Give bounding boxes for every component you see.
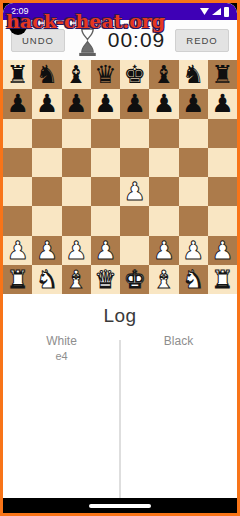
square-g7[interactable]: ♟: [179, 89, 208, 118]
black-pawn: ♟: [182, 91, 204, 116]
square-e1[interactable]: ♚: [120, 265, 149, 294]
app-screen: 2:09 UNDO 00:09 REDO ♜♞♝♛♚♝♞♜♟♟♟♟♟♟♟♟♟♟♟…: [3, 3, 237, 513]
square-d1[interactable]: ♛: [91, 265, 120, 294]
square-d6[interactable]: [91, 119, 120, 148]
white-bishop: ♝: [65, 267, 87, 292]
signal-icon: [212, 8, 221, 15]
square-c3[interactable]: [62, 206, 91, 235]
square-c8[interactable]: ♝: [62, 60, 91, 89]
square-b1[interactable]: ♞: [32, 265, 61, 294]
square-g3[interactable]: [179, 206, 208, 235]
status-time: 2:09: [11, 7, 29, 16]
game-toolbar: UNDO 00:09 REDO: [3, 20, 237, 60]
black-pawn: ♟: [36, 91, 58, 116]
black-pawn: ♟: [123, 91, 145, 116]
square-a5[interactable]: [3, 148, 32, 177]
square-a4[interactable]: [3, 177, 32, 206]
square-f7[interactable]: ♟: [149, 89, 178, 118]
square-b8[interactable]: ♞: [32, 60, 61, 89]
black-rook: ♜: [6, 62, 28, 87]
wifi-icon: [200, 8, 209, 15]
black-bishop: ♝: [65, 62, 87, 87]
white-move-column: White e4: [3, 334, 120, 364]
square-g5[interactable]: [179, 148, 208, 177]
game-timer: 00:09: [108, 28, 166, 52]
square-b2[interactable]: ♟: [32, 236, 61, 265]
log-title: Log: [3, 294, 237, 327]
white-knight: ♞: [182, 267, 204, 292]
square-h4[interactable]: [208, 177, 237, 206]
square-h1[interactable]: ♜: [208, 265, 237, 294]
square-h6[interactable]: [208, 119, 237, 148]
black-column-label: Black: [120, 334, 237, 348]
black-bishop: ♝: [153, 62, 175, 87]
square-f5[interactable]: [149, 148, 178, 177]
square-c1[interactable]: ♝: [62, 265, 91, 294]
white-king: ♚: [123, 267, 145, 292]
square-c2[interactable]: ♟: [62, 236, 91, 265]
square-c7[interactable]: ♟: [62, 89, 91, 118]
white-column-label: White: [3, 334, 120, 348]
white-pawn: ♟: [36, 238, 58, 263]
square-c5[interactable]: [62, 148, 91, 177]
white-pawn: ♟: [182, 238, 204, 263]
gesture-pill[interactable]: [89, 504, 151, 508]
square-b7[interactable]: ♟: [32, 89, 61, 118]
undo-button[interactable]: UNDO: [11, 29, 65, 52]
phone-frame: 2:09 UNDO 00:09 REDO ♜♞♝♛♚♝♞♜♟♟♟♟♟♟♟♟♟♟♟…: [0, 0, 240, 516]
white-pawn: ♟: [153, 238, 175, 263]
square-e6[interactable]: [120, 119, 149, 148]
square-a7[interactable]: ♟: [3, 89, 32, 118]
white-bishop: ♝: [153, 267, 175, 292]
square-e8[interactable]: ♚: [120, 60, 149, 89]
square-e3[interactable]: [120, 206, 149, 235]
square-e5[interactable]: [120, 148, 149, 177]
square-f8[interactable]: ♝: [149, 60, 178, 89]
square-h2[interactable]: ♟: [208, 236, 237, 265]
square-f2[interactable]: ♟: [149, 236, 178, 265]
square-g6[interactable]: [179, 119, 208, 148]
black-rook: ♜: [211, 62, 233, 87]
log-column-divider: [119, 340, 121, 498]
status-bar: 2:09: [3, 3, 237, 20]
white-pawn: ♟: [65, 238, 87, 263]
square-d3[interactable]: [91, 206, 120, 235]
white-pawn: ♟: [6, 238, 28, 263]
black-pawn: ♟: [94, 91, 116, 116]
white-moves-list: e4: [3, 349, 120, 364]
square-f4[interactable]: [149, 177, 178, 206]
black-pawn: ♟: [65, 91, 87, 116]
square-f3[interactable]: [149, 206, 178, 235]
black-pawn: ♟: [153, 91, 175, 116]
square-d2[interactable]: ♟: [91, 236, 120, 265]
white-knight: ♞: [36, 267, 58, 292]
square-c4[interactable]: [62, 177, 91, 206]
battery-icon: [224, 7, 229, 17]
black-pawn: ♟: [211, 91, 233, 116]
square-e2[interactable]: [120, 236, 149, 265]
square-a6[interactable]: [3, 119, 32, 148]
square-g4[interactable]: [179, 177, 208, 206]
move-entry: e4: [3, 349, 120, 364]
square-g1[interactable]: ♞: [179, 265, 208, 294]
status-icons: [200, 7, 229, 17]
chess-board: ♜♞♝♛♚♝♞♜♟♟♟♟♟♟♟♟♟♟♟♟♟♟♟♟♜♞♝♛♚♝♞♜: [3, 60, 237, 294]
timer-cluster: 00:09: [75, 25, 166, 56]
square-b3[interactable]: [32, 206, 61, 235]
square-b5[interactable]: [32, 148, 61, 177]
square-g2[interactable]: ♟: [179, 236, 208, 265]
square-c6[interactable]: [62, 119, 91, 148]
square-h3[interactable]: [208, 206, 237, 235]
square-e4[interactable]: ♟: [120, 177, 149, 206]
square-d4[interactable]: [91, 177, 120, 206]
black-queen: ♛: [94, 62, 116, 87]
square-f6[interactable]: [149, 119, 178, 148]
android-nav-bar: [3, 498, 237, 513]
redo-button[interactable]: REDO: [175, 29, 229, 52]
white-queen: ♛: [94, 267, 116, 292]
square-g8[interactable]: ♞: [179, 60, 208, 89]
white-rook: ♜: [6, 267, 28, 292]
white-pawn: ♟: [211, 238, 233, 263]
black-knight: ♞: [36, 62, 58, 87]
square-h7[interactable]: ♟: [208, 89, 237, 118]
white-pawn: ♟: [123, 179, 145, 204]
black-pawn: ♟: [6, 91, 28, 116]
square-a8[interactable]: ♜: [3, 60, 32, 89]
square-a2[interactable]: ♟: [3, 236, 32, 265]
black-move-column: Black: [120, 334, 237, 364]
square-f1[interactable]: ♝: [149, 265, 178, 294]
hourglass-icon: [75, 25, 100, 56]
square-b4[interactable]: [32, 177, 61, 206]
black-knight: ♞: [182, 62, 204, 87]
white-rook: ♜: [211, 267, 233, 292]
square-a1[interactable]: ♜: [3, 265, 32, 294]
white-pawn: ♟: [94, 238, 116, 263]
square-a3[interactable]: [3, 206, 32, 235]
square-b6[interactable]: [32, 119, 61, 148]
square-e7[interactable]: ♟: [120, 89, 149, 118]
black-king: ♚: [123, 62, 145, 87]
square-d5[interactable]: [91, 148, 120, 177]
square-h8[interactable]: ♜: [208, 60, 237, 89]
square-d7[interactable]: ♟: [91, 89, 120, 118]
square-h5[interactable]: [208, 148, 237, 177]
move-log: Log White e4 Black: [3, 294, 237, 498]
square-d8[interactable]: ♛: [91, 60, 120, 89]
